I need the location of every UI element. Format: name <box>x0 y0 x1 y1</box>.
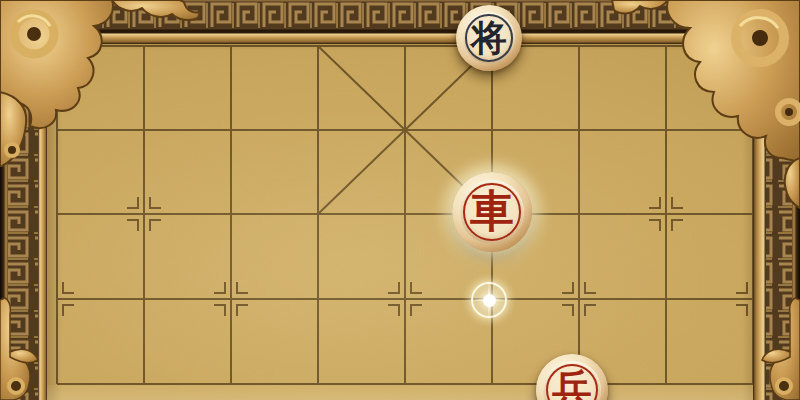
piece-black-general[interactable]: 将 <box>456 5 522 71</box>
xiangqi-game-screen: 将 車 兵 <box>0 0 800 400</box>
grid-lines-path <box>57 46 753 384</box>
piece-ring <box>463 183 521 241</box>
piece-red-chariot[interactable]: 車 <box>452 172 532 252</box>
piece-ring <box>465 14 513 62</box>
board-grid-lines <box>0 0 800 400</box>
dot-core <box>483 294 496 307</box>
move-indicator-dot[interactable] <box>467 278 511 322</box>
